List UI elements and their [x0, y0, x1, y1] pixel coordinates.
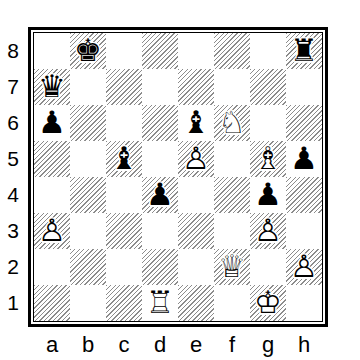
square-e2[interactable] — [178, 249, 214, 285]
white-knight: ♞♘ — [214, 105, 250, 141]
rank-label-8: 8 — [0, 33, 26, 69]
square-h5[interactable]: ♟♟ — [286, 141, 322, 177]
square-b8[interactable]: ♚♚ — [70, 33, 106, 69]
square-d1[interactable]: ♜♖ — [142, 285, 178, 321]
white-pawn-glyph: ♙ — [178, 141, 214, 177]
black-pawn: ♟♟ — [286, 141, 322, 177]
square-c4[interactable] — [106, 177, 142, 213]
black-bishop: ♝♝ — [106, 141, 142, 177]
white-pawn: ♟♙ — [34, 213, 70, 249]
white-knight-glyph: ♘ — [214, 105, 250, 141]
square-b5[interactable] — [70, 141, 106, 177]
white-rook-glyph: ♖ — [142, 285, 178, 321]
file-label-a: a — [34, 332, 70, 358]
black-pawn: ♟♟ — [142, 177, 178, 213]
square-a2[interactable] — [34, 249, 70, 285]
file-label-e: e — [178, 332, 214, 358]
square-a3[interactable]: ♟♙ — [34, 213, 70, 249]
square-d4[interactable]: ♟♟ — [142, 177, 178, 213]
square-f3[interactable] — [214, 213, 250, 249]
square-d7[interactable] — [142, 69, 178, 105]
square-a1[interactable] — [34, 285, 70, 321]
rank-label-6: 6 — [0, 105, 26, 141]
white-pawn-glyph: ♙ — [34, 213, 70, 249]
square-g5[interactable]: ♝♗ — [250, 141, 286, 177]
square-d8[interactable] — [142, 33, 178, 69]
square-d5[interactable] — [142, 141, 178, 177]
white-pawn: ♟♙ — [178, 141, 214, 177]
square-e4[interactable] — [178, 177, 214, 213]
board-frame: ♚♚♜♜♛♛♟♟♝♝♞♘♝♝♟♙♝♗♟♟♟♟♟♟♟♙♟♙♛♕♟♙♜♖♚♔ — [28, 27, 328, 327]
white-pawn-glyph: ♙ — [286, 249, 322, 285]
black-bishop: ♝♝ — [178, 105, 214, 141]
square-e5[interactable]: ♟♙ — [178, 141, 214, 177]
white-bishop-glyph: ♗ — [250, 141, 286, 177]
black-pawn-glyph: ♟ — [142, 177, 178, 213]
square-f4[interactable] — [214, 177, 250, 213]
black-pawn-glyph: ♟ — [250, 177, 286, 213]
file-label-c: c — [106, 332, 142, 358]
rank-label-4: 4 — [0, 177, 26, 213]
black-rook-glyph: ♜ — [286, 33, 322, 69]
square-f5[interactable] — [214, 141, 250, 177]
square-g8[interactable] — [250, 33, 286, 69]
square-d6[interactable] — [142, 105, 178, 141]
black-pawn-glyph: ♟ — [286, 141, 322, 177]
white-rook: ♜♖ — [142, 285, 178, 321]
black-king: ♚♚ — [70, 33, 106, 69]
file-label-f: f — [214, 332, 250, 358]
square-c6[interactable] — [106, 105, 142, 141]
board-inner-border: ♚♚♜♜♛♛♟♟♝♝♞♘♝♝♟♙♝♗♟♟♟♟♟♟♟♙♟♙♛♕♟♙♜♖♚♔ — [33, 32, 323, 322]
square-e3[interactable] — [178, 213, 214, 249]
square-a5[interactable] — [34, 141, 70, 177]
black-pawn: ♟♟ — [250, 177, 286, 213]
white-queen: ♛♕ — [214, 249, 250, 285]
square-b3[interactable] — [70, 213, 106, 249]
black-queen: ♛♛ — [34, 69, 70, 105]
white-pawn-glyph: ♙ — [250, 213, 286, 249]
square-f2[interactable]: ♛♕ — [214, 249, 250, 285]
black-pawn: ♟♟ — [34, 105, 70, 141]
chess-diagram: 87654321 abcdefgh ♚♚♜♜♛♛♟♟♝♝♞♘♝♝♟♙♝♗♟♟♟♟… — [0, 0, 360, 360]
rank-label-1: 1 — [0, 285, 26, 321]
rank-label-2: 2 — [0, 249, 26, 285]
square-d2[interactable] — [142, 249, 178, 285]
square-g7[interactable] — [250, 69, 286, 105]
square-a7[interactable]: ♛♛ — [34, 69, 70, 105]
square-a8[interactable] — [34, 33, 70, 69]
square-e6[interactable]: ♝♝ — [178, 105, 214, 141]
square-b6[interactable] — [70, 105, 106, 141]
file-label-d: d — [142, 332, 178, 358]
square-e7[interactable] — [178, 69, 214, 105]
square-b2[interactable] — [70, 249, 106, 285]
square-h6[interactable] — [286, 105, 322, 141]
file-label-h: h — [286, 332, 322, 358]
white-king-glyph: ♔ — [250, 285, 286, 321]
square-g3[interactable]: ♟♙ — [250, 213, 286, 249]
square-c1[interactable] — [106, 285, 142, 321]
square-b1[interactable] — [70, 285, 106, 321]
black-bishop-glyph: ♝ — [106, 141, 142, 177]
white-king: ♚♔ — [250, 285, 286, 321]
white-pawn: ♟♙ — [250, 213, 286, 249]
square-e1[interactable] — [178, 285, 214, 321]
square-d3[interactable] — [142, 213, 178, 249]
rank-label-5: 5 — [0, 141, 26, 177]
rank-label-7: 7 — [0, 69, 26, 105]
square-b4[interactable] — [70, 177, 106, 213]
square-h2[interactable]: ♟♙ — [286, 249, 322, 285]
black-queen-glyph: ♛ — [34, 69, 70, 105]
black-bishop-glyph: ♝ — [178, 105, 214, 141]
square-h4[interactable] — [286, 177, 322, 213]
black-pawn-glyph: ♟ — [34, 105, 70, 141]
square-h3[interactable] — [286, 213, 322, 249]
square-a4[interactable] — [34, 177, 70, 213]
square-f8[interactable] — [214, 33, 250, 69]
square-f1[interactable] — [214, 285, 250, 321]
square-c2[interactable] — [106, 249, 142, 285]
black-rook: ♜♜ — [286, 33, 322, 69]
square-c7[interactable] — [106, 69, 142, 105]
chess-board: ♚♚♜♜♛♛♟♟♝♝♞♘♝♝♟♙♝♗♟♟♟♟♟♟♟♙♟♙♛♕♟♙♜♖♚♔ — [34, 33, 322, 321]
square-e8[interactable] — [178, 33, 214, 69]
white-queen-glyph: ♕ — [214, 249, 250, 285]
black-king-glyph: ♚ — [70, 33, 106, 69]
rank-label-3: 3 — [0, 213, 26, 249]
square-g1[interactable]: ♚♔ — [250, 285, 286, 321]
white-pawn: ♟♙ — [286, 249, 322, 285]
white-bishop: ♝♗ — [250, 141, 286, 177]
square-g6[interactable] — [250, 105, 286, 141]
square-h1[interactable] — [286, 285, 322, 321]
square-f6[interactable]: ♞♘ — [214, 105, 250, 141]
square-g4[interactable]: ♟♟ — [250, 177, 286, 213]
square-g2[interactable] — [250, 249, 286, 285]
square-h7[interactable] — [286, 69, 322, 105]
square-c8[interactable] — [106, 33, 142, 69]
square-h8[interactable]: ♜♜ — [286, 33, 322, 69]
square-f7[interactable] — [214, 69, 250, 105]
square-c3[interactable] — [106, 213, 142, 249]
file-label-b: b — [70, 332, 106, 358]
square-b7[interactable] — [70, 69, 106, 105]
square-c5[interactable]: ♝♝ — [106, 141, 142, 177]
file-label-g: g — [250, 332, 286, 358]
square-a6[interactable]: ♟♟ — [34, 105, 70, 141]
